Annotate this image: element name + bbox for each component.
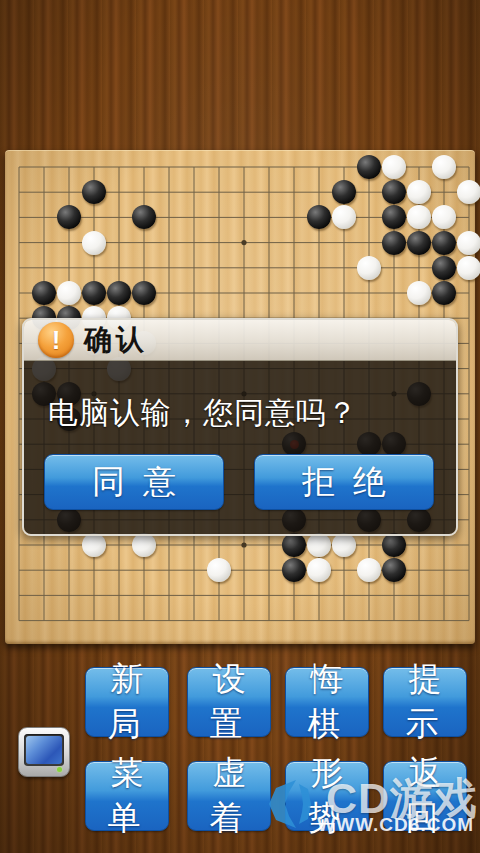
- stone-white: [82, 533, 106, 557]
- stone-black: [382, 558, 406, 582]
- stone-black: [382, 533, 406, 557]
- stone-white: [332, 533, 356, 557]
- stone-black: [432, 281, 456, 305]
- stone-white: [357, 558, 381, 582]
- dialog-title: 确认: [84, 321, 148, 359]
- stone-white: [382, 155, 406, 179]
- refuse-button[interactable]: 拒绝: [254, 454, 434, 510]
- stone-black: [282, 533, 306, 557]
- stone-black: [382, 231, 406, 255]
- new-game-button[interactable]: 新局: [85, 667, 169, 737]
- stone-white: [407, 180, 431, 204]
- stone-white: [432, 155, 456, 179]
- stone-black: [107, 281, 131, 305]
- stone-black: [132, 281, 156, 305]
- dialog-title-bar: ! 确认: [24, 320, 456, 361]
- monitor-power-led: [57, 767, 62, 772]
- stone-white: [132, 533, 156, 557]
- settings-button[interactable]: 设置: [187, 667, 271, 737]
- stone-white: [457, 180, 480, 204]
- app-screen: ! 确认 电脑认输，您同意吗？ 同意 拒绝 新局 设置 悔棋 提示 菜单 虚着 …: [0, 0, 480, 853]
- stone-white: [357, 256, 381, 280]
- territory-button[interactable]: 形势: [285, 761, 369, 831]
- stone-white: [57, 281, 81, 305]
- stone-white: [457, 231, 480, 255]
- stone-black: [32, 281, 56, 305]
- stone-black: [432, 256, 456, 280]
- stone-black: [382, 180, 406, 204]
- monitor-screen: [26, 736, 62, 764]
- menu-button[interactable]: 菜单: [85, 761, 169, 831]
- computer-monitor-icon[interactable]: [18, 727, 70, 777]
- stone-black: [407, 231, 431, 255]
- dialog-body: 电脑认输，您同意吗？ 同意 拒绝: [24, 361, 456, 534]
- agree-button[interactable]: 同意: [44, 454, 224, 510]
- hint-button[interactable]: 提示: [383, 667, 467, 737]
- alert-exclamation-icon: !: [38, 322, 74, 358]
- confirm-dialog: ! 确认 电脑认输，您同意吗？ 同意 拒绝: [22, 318, 458, 536]
- monitor-bezel: [24, 734, 64, 766]
- stone-white: [307, 533, 331, 557]
- stone-black: [282, 558, 306, 582]
- stone-black: [332, 180, 356, 204]
- stone-black: [357, 155, 381, 179]
- stone-black: [82, 180, 106, 204]
- dialog-message: 电脑认输，您同意吗？: [48, 393, 448, 434]
- stone-white: [407, 281, 431, 305]
- back-button[interactable]: 返回: [383, 761, 467, 831]
- stone-white: [82, 231, 106, 255]
- stone-black: [82, 281, 106, 305]
- stone-white: [207, 558, 231, 582]
- pass-button[interactable]: 虚着: [187, 761, 271, 831]
- stone-white: [457, 256, 480, 280]
- stone-black: [432, 231, 456, 255]
- stone-white: [307, 558, 331, 582]
- undo-button[interactable]: 悔棋: [285, 667, 369, 737]
